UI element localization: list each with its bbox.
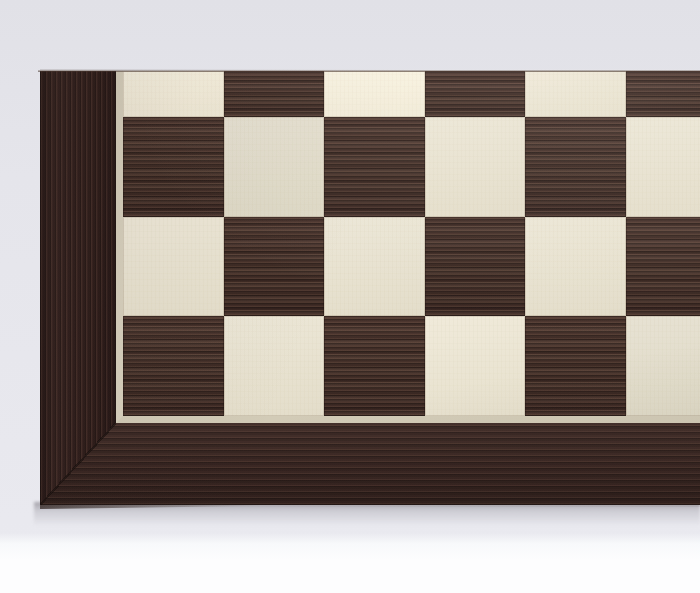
board-square xyxy=(626,117,700,217)
backdrop-white-strip xyxy=(0,533,700,593)
board-square xyxy=(525,71,626,117)
frame-miter-joint xyxy=(40,423,116,506)
board-square xyxy=(123,316,224,416)
board-square xyxy=(324,316,425,416)
board-square xyxy=(324,217,425,317)
board-square xyxy=(123,117,224,217)
board-square xyxy=(425,316,526,416)
board-frame-bottom xyxy=(40,423,700,506)
board-square xyxy=(324,71,425,117)
board-square xyxy=(425,71,526,117)
board-top-edge xyxy=(38,70,700,73)
board-square xyxy=(224,217,325,317)
board-square xyxy=(525,316,626,416)
board-square xyxy=(626,316,700,416)
board-square xyxy=(626,217,700,317)
board-square xyxy=(224,316,325,416)
board-square xyxy=(224,117,325,217)
board-square xyxy=(123,217,224,317)
board-square xyxy=(123,71,224,117)
board-square xyxy=(224,71,325,117)
photo-backdrop xyxy=(0,0,700,593)
board-square xyxy=(626,71,700,117)
chess-board xyxy=(123,71,700,416)
board-square xyxy=(425,117,526,217)
board-square xyxy=(425,217,526,317)
board-square xyxy=(525,217,626,317)
board-square xyxy=(324,117,425,217)
board-square xyxy=(525,117,626,217)
